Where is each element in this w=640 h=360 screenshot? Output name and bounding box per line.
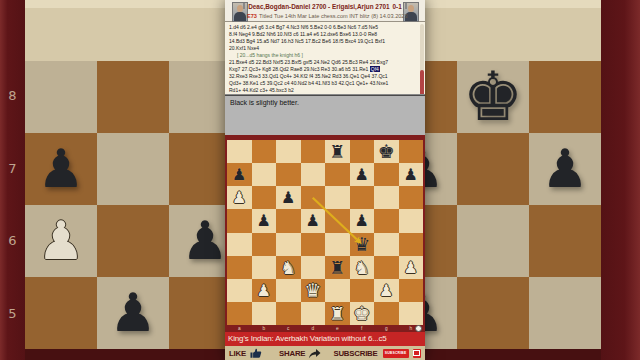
square-a4 <box>227 233 252 256</box>
evaluation-text: Black is slightly better. <box>230 99 299 106</box>
square-g8: ♚ <box>374 140 399 163</box>
square-e1: ♜ <box>325 302 350 325</box>
square-d6 <box>301 186 326 209</box>
square-a8 <box>25 61 97 133</box>
black-pawn: ♟ <box>355 209 369 232</box>
square-c1 <box>276 302 301 325</box>
game-result: 0-1 <box>393 3 402 10</box>
action-bar: LIKE SHARE SUBSCRIBE SUBSCRIBE <box>225 346 425 360</box>
square-a2 <box>227 279 252 302</box>
black-rook: ♜ <box>329 256 345 279</box>
chess-board: ♜♚♟♟♟♟♟♟♟♟♛♞♜♞♟♟♛♟♜♚ <box>227 140 423 325</box>
move-text: Kxg7 27.Qc3+ Kg8 28.Qd2 Rae8 29.Nc3 Re3 … <box>229 66 370 72</box>
white-pawn: ♟ <box>257 279 271 302</box>
white-queen: ♛ <box>304 279 321 302</box>
square-h6 <box>399 186 424 209</box>
like-button[interactable]: LIKE <box>229 349 246 358</box>
evaluation-box: Black is slightly better. <box>225 96 425 135</box>
square-g2: ♟ <box>374 279 399 302</box>
square-d7 <box>301 163 326 186</box>
black-pawn: ♟ <box>232 163 246 186</box>
black-pawn: ♟ <box>181 205 229 277</box>
square-g3 <box>374 256 399 279</box>
square-b7 <box>252 163 277 186</box>
move-line: 21.Bxe4 d5 22.Bd3 Nxf5 23.Bxf5 gxf5 24.N… <box>229 59 421 66</box>
move-line: 20.Kxf1 Nxe4 <box>229 45 421 52</box>
square-h5 <box>529 277 601 349</box>
square-f6 <box>350 186 375 209</box>
square-b4 <box>252 233 277 256</box>
square-g5 <box>374 209 399 232</box>
square-c3: ♞ <box>276 256 301 279</box>
square-e5 <box>325 209 350 232</box>
white-pawn: ♟ <box>232 186 246 209</box>
background-left-border: 8765 <box>0 0 25 360</box>
file-label-c: c <box>276 325 301 332</box>
game-panel: Deac,Bogdan-Daniel 2700 - Erigaisi,Arjun… <box>225 0 425 360</box>
black-pawn: ♟ <box>306 209 320 232</box>
move-line: Rd1+ 44.Kd2 c3+ 45.bxc3 b2 <box>229 87 421 94</box>
black-pawn: ♟ <box>404 163 418 186</box>
square-f7: ♟ <box>350 163 375 186</box>
square-c2 <box>276 279 301 302</box>
youtube-icon[interactable] <box>413 349 421 358</box>
square-b6 <box>252 186 277 209</box>
subscribe-button[interactable]: SUBSCRIBE <box>383 349 409 358</box>
square-b6 <box>97 205 169 277</box>
romania-flag-icon <box>243 3 245 9</box>
move-line: 8.f4 Neg4 9.Bd2 Nh6 10.Nf3 c6 11.a4 e6 1… <box>229 31 421 38</box>
avatar-head <box>237 5 243 12</box>
square-h7: ♟ <box>399 163 424 186</box>
square-g7 <box>374 163 399 186</box>
black-pawn: ♟ <box>257 209 271 232</box>
square-a5 <box>227 209 252 232</box>
side-to-move-indicator <box>415 325 422 332</box>
square-a7: ♟ <box>227 163 252 186</box>
move-line: 14.Bd3 Bg4 15.a5 Nd7 16.h3 Nc5 17.Bc2 Be… <box>229 38 421 45</box>
game-header: Deac,Bogdan-Daniel 2700 - Erigaisi,Arjun… <box>225 0 425 22</box>
square-d3 <box>301 256 326 279</box>
white-pawn: ♟ <box>404 256 418 279</box>
square-a3 <box>227 256 252 279</box>
square-g7 <box>457 133 529 205</box>
square-e7 <box>325 163 350 186</box>
square-h3: ♟ <box>399 256 424 279</box>
square-a1 <box>227 302 252 325</box>
square-f2 <box>350 279 375 302</box>
square-c5 <box>276 209 301 232</box>
square-f3: ♞ <box>350 256 375 279</box>
square-h2 <box>399 279 424 302</box>
players-line: Deac,Bogdan-Daniel 2700 - Erigaisi,Arjun… <box>247 3 403 10</box>
white-knight: ♞ <box>280 256 296 279</box>
square-b1 <box>252 302 277 325</box>
square-c4 <box>276 233 301 256</box>
players-names: Deac,Bogdan-Daniel 2700 - Erigaisi,Arjun… <box>248 3 389 10</box>
square-h5 <box>399 209 424 232</box>
square-h1 <box>399 302 424 325</box>
black-king: ♚ <box>463 61 524 133</box>
black-pawn: ♟ <box>355 163 369 186</box>
white-pawn: ♟ <box>379 279 393 302</box>
square-a8 <box>227 140 252 163</box>
white-knight: ♞ <box>354 256 370 279</box>
move-annotation: [ 20...d5 hangs the knight h6 ] <box>229 52 421 59</box>
square-c6: ♟ <box>276 186 301 209</box>
square-h4 <box>399 233 424 256</box>
square-f5: ♟ <box>350 209 375 232</box>
square-a6: ♟ <box>227 186 252 209</box>
video-title-bar: King's Indian: Averbakh Variation withou… <box>225 332 425 346</box>
square-h6 <box>529 205 601 277</box>
share-button[interactable]: SHARE <box>279 349 305 358</box>
black-pawn: ♟ <box>109 277 157 349</box>
black-pawn: ♟ <box>37 133 85 205</box>
avatar-head <box>408 5 414 12</box>
square-c7 <box>276 163 301 186</box>
square-e6 <box>325 186 350 209</box>
black-king: ♚ <box>378 140 395 163</box>
rank-label-6: 6 <box>0 233 25 248</box>
square-b5: ♟ <box>97 277 169 349</box>
india-flag-icon <box>405 3 407 9</box>
square-d8 <box>301 140 326 163</box>
black-pawn: ♟ <box>281 186 295 209</box>
file-label-d: d <box>301 325 326 332</box>
square-b5: ♟ <box>252 209 277 232</box>
square-f8 <box>350 140 375 163</box>
square-h7: ♟ <box>529 133 601 205</box>
square-b8 <box>252 140 277 163</box>
background-right-border <box>601 0 640 360</box>
black-rook: ♜ <box>329 140 345 163</box>
move-line: Qd3+ 38.Ke1 c5 39.Qc2 c4 40.Nd2 b4 41.Nf… <box>229 80 421 87</box>
square-h8 <box>399 140 424 163</box>
thumbs-up-icon[interactable] <box>250 348 262 359</box>
white-pawn: ♟ <box>37 205 85 277</box>
white-king: ♚ <box>353 302 370 325</box>
event-line: E73Titled Tue 14th Mar Late chess.com IN… <box>247 13 403 19</box>
eco-code: E73 <box>247 13 257 19</box>
event-info: Titled Tue 14th Mar Late chess.com INT b… <box>259 13 408 19</box>
square-f4: ♛ <box>350 233 375 256</box>
board-frame: ♜♚♟♟♟♟♟♟♟♟♛♞♜♞♟♟♛♟♜♚ abcdefgh <box>225 135 425 332</box>
square-g1 <box>374 302 399 325</box>
rank-label-7: 7 <box>0 161 25 176</box>
square-g5 <box>457 277 529 349</box>
avatar-body <box>234 12 246 21</box>
square-d4 <box>301 233 326 256</box>
square-b8 <box>97 61 169 133</box>
subscribe-label[interactable]: SUBSCRIBE <box>333 349 377 358</box>
square-f1: ♚ <box>350 302 375 325</box>
video-frame: ♜♚♟♟♟♟♟♟♟♟♛♞♜♞♟♟♛♟♜♚ 8765 Deac,Bogdan-Da… <box>0 0 640 360</box>
file-label-b: b <box>252 325 277 332</box>
move-line: 32.Rxe3 Rxe3 33.Qd1 Qc4+ 34.Kf2 f4 35.Ne… <box>229 73 421 80</box>
white-rook: ♜ <box>329 302 345 325</box>
rank-label-8: 8 <box>0 88 25 103</box>
current-move-highlight: Qf4 <box>370 66 380 72</box>
move-list: 1.d4 d6 2.e4 g6 3.c4 Bg7 4.Nc3 Nf6 5.Be2… <box>225 22 425 94</box>
square-d1 <box>301 302 326 325</box>
square-g6 <box>457 205 529 277</box>
file-label-f: f <box>350 325 375 332</box>
move-line: 1.d4 d6 2.e4 g6 3.c4 Bg7 4.Nc3 Nf6 5.Be2… <box>229 24 421 31</box>
file-labels: abcdefgh <box>227 325 423 332</box>
square-b2: ♟ <box>252 279 277 302</box>
square-d2: ♛ <box>301 279 326 302</box>
square-c8 <box>276 140 301 163</box>
file-label-e: e <box>325 325 350 332</box>
square-a7: ♟ <box>25 133 97 205</box>
white-player-avatar <box>232 2 248 22</box>
square-e2 <box>325 279 350 302</box>
youtube-icon-inner <box>413 350 420 356</box>
share-icon[interactable] <box>308 348 321 359</box>
square-b3 <box>252 256 277 279</box>
opening-title: King's Indian: Averbakh Variation withou… <box>228 334 387 343</box>
square-a5 <box>25 277 97 349</box>
square-g4 <box>374 233 399 256</box>
file-label-a: a <box>227 325 252 332</box>
square-d5: ♟ <box>301 209 326 232</box>
square-h8 <box>529 61 601 133</box>
square-e4 <box>325 233 350 256</box>
square-a6: ♟ <box>25 205 97 277</box>
file-label-g: g <box>374 325 399 332</box>
black-pawn: ♟ <box>541 133 589 205</box>
rank-label-5: 5 <box>0 306 25 321</box>
square-g8: ♚ <box>457 61 529 133</box>
square-b7 <box>97 133 169 205</box>
square-e3: ♜ <box>325 256 350 279</box>
square-e8: ♜ <box>325 140 350 163</box>
black-queen: ♛ <box>353 233 370 256</box>
move-line: Kxg7 27.Qc3+ Kg8 28.Qd2 Rae8 29.Nc3 Re3 … <box>229 66 421 73</box>
square-g6 <box>374 186 399 209</box>
